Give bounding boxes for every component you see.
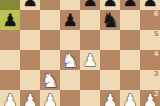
rank-label-6: 6 [154, 11, 159, 18]
piece-black-knight-f6[interactable]: ♞ [100, 10, 120, 30]
piece-black-pawn-e7[interactable]: ♟ [80, 0, 100, 10]
piece-white-knight-c3[interactable]: ♞ [40, 70, 60, 90]
square-g3[interactable] [120, 70, 140, 90]
square-c4[interactable] [40, 50, 60, 70]
square-e4[interactable]: ♟ [80, 50, 100, 70]
square-b4[interactable] [20, 50, 40, 70]
square-g4[interactable] [120, 50, 140, 70]
square-a3[interactable] [0, 70, 20, 90]
square-d3[interactable] [60, 70, 80, 90]
rank-label-2: 2 [154, 91, 159, 98]
piece-black-pawn-h7[interactable]: ♟ [140, 0, 160, 10]
square-b2[interactable]: ♟ [20, 90, 40, 106]
square-f5[interactable] [100, 30, 120, 50]
piece-white-pawn-e4[interactable]: ♟ [80, 50, 100, 70]
square-g5[interactable] [120, 30, 140, 50]
square-d5[interactable] [60, 30, 80, 50]
square-e2[interactable] [80, 90, 100, 106]
square-g6[interactable] [120, 10, 140, 30]
square-g2[interactable]: ♟ [120, 90, 140, 106]
square-c7[interactable] [40, 0, 60, 10]
square-a7[interactable] [0, 0, 20, 10]
square-g7[interactable]: ♟ [120, 0, 140, 10]
chess-board-viewport: ♜♞♝♛♚♝♜♟♟♟♟♟♟♟♞65♞♟4♞3♟♟♟♟♟♟2♜♝♛♚♝♜ [0, 0, 160, 106]
piece-white-pawn-b2[interactable]: ♟ [20, 90, 40, 106]
square-b6[interactable] [20, 10, 40, 30]
square-h3[interactable]: 3 [140, 70, 160, 90]
square-h4[interactable]: 4 [140, 50, 160, 70]
square-b5[interactable] [20, 30, 40, 50]
square-d6[interactable]: ♟ [60, 10, 80, 30]
square-e5[interactable] [80, 30, 100, 50]
square-d4[interactable]: ♞ [60, 50, 80, 70]
piece-white-pawn-a2[interactable]: ♟ [0, 90, 20, 106]
square-b3[interactable] [20, 70, 40, 90]
square-b7[interactable]: ♟ [20, 0, 40, 10]
piece-white-knight-d4[interactable]: ♞ [60, 50, 80, 70]
square-c5[interactable] [40, 30, 60, 50]
square-h5[interactable]: 5 [140, 30, 160, 50]
piece-black-pawn-g7[interactable]: ♟ [120, 0, 140, 10]
square-f4[interactable] [100, 50, 120, 70]
square-d7[interactable] [60, 0, 80, 10]
square-c3[interactable]: ♞ [40, 70, 60, 90]
piece-black-pawn-a6[interactable]: ♟ [0, 10, 20, 30]
piece-white-pawn-c2[interactable]: ♟ [40, 90, 60, 106]
square-h7[interactable]: ♟ [140, 0, 160, 10]
square-d2[interactable] [60, 90, 80, 106]
square-a2[interactable]: ♟ [0, 90, 20, 106]
square-f6[interactable]: ♞ [100, 10, 120, 30]
square-f3[interactable] [100, 70, 120, 90]
square-h6[interactable]: 6 [140, 10, 160, 30]
piece-white-pawn-f2[interactable]: ♟ [100, 90, 120, 106]
square-e7[interactable]: ♟ [80, 0, 100, 10]
rank-label-3: 3 [154, 71, 159, 78]
rank-label-4: 4 [154, 51, 159, 58]
piece-black-pawn-b7[interactable]: ♟ [20, 0, 40, 10]
square-e6[interactable] [80, 10, 100, 30]
square-a5[interactable] [0, 30, 20, 50]
square-a6[interactable]: ♟ [0, 10, 20, 30]
piece-black-pawn-d6[interactable]: ♟ [60, 10, 80, 30]
square-f2[interactable]: ♟ [100, 90, 120, 106]
square-h2[interactable]: ♟2 [140, 90, 160, 106]
rank-label-5: 5 [154, 31, 159, 38]
square-c2[interactable]: ♟ [40, 90, 60, 106]
square-e3[interactable] [80, 70, 100, 90]
chess-board[interactable]: ♜♞♝♛♚♝♜♟♟♟♟♟♟♟♞65♞♟4♞3♟♟♟♟♟♟2♜♝♛♚♝♜ [0, 0, 160, 106]
square-c6[interactable] [40, 10, 60, 30]
piece-white-pawn-g2[interactable]: ♟ [120, 90, 140, 106]
square-a4[interactable] [0, 50, 20, 70]
